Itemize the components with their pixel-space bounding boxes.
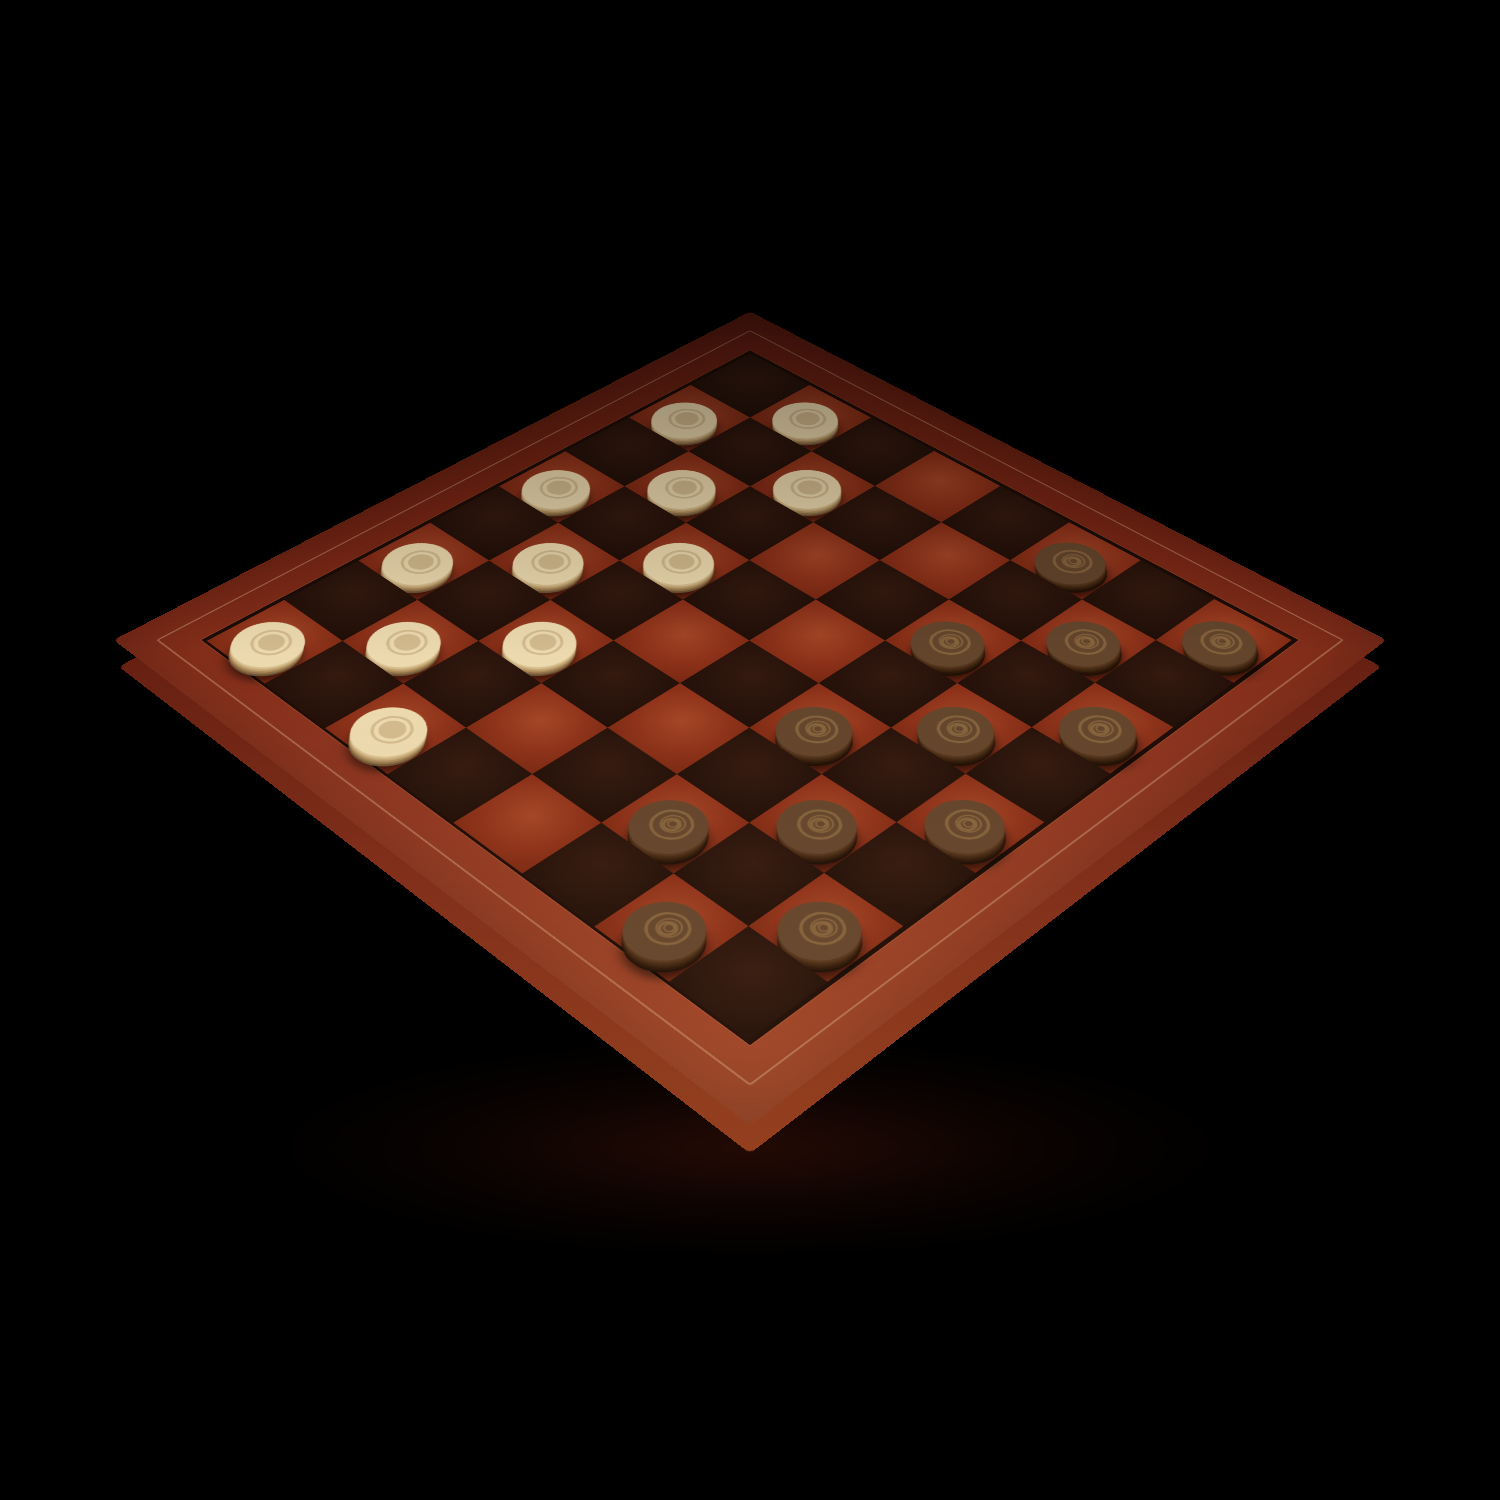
playing-area: ●◉●◎◎●◎◎●◉●◉●◎◎●◉●◎◎●◎◎●◉●◉●◎◎●◉●◎◎●◎◎●◉… [201,350,1298,1045]
checkers-board: ●◉●◎◎●◎◎●◉●◉●◎◎●◉●◎◎●◎◎●◉●◉●◎◎●◉●◎◎●◎◎●◉… [114,312,1387,1126]
scene: ●◉●◎◎●◎◎●◉●◉●◎◎●◉●◎◎●◎◎●◉●◉●◎◎●◉●◎◎●◎◎●◉… [0,0,1500,1500]
